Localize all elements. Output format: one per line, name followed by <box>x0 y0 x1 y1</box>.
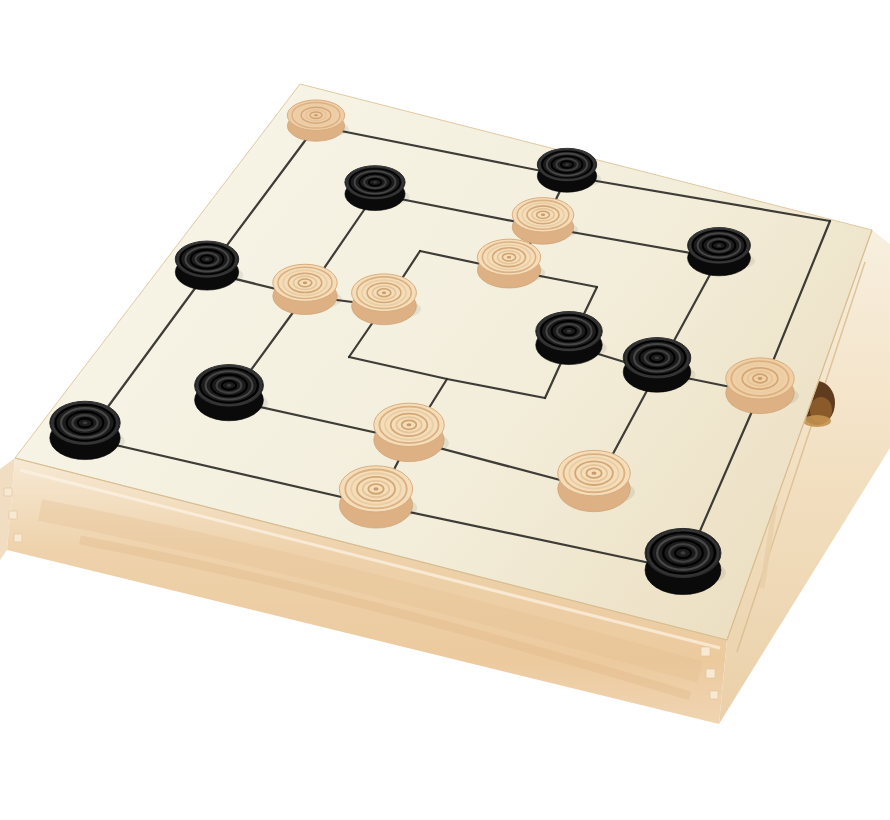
piece-natural-g4[interactable] <box>726 358 799 414</box>
piece-black-a4[interactable] <box>175 241 243 290</box>
piece-black-d7[interactable] <box>537 148 601 192</box>
piece-natural-d1[interactable] <box>339 466 417 528</box>
piece-natural-d6[interactable] <box>512 198 578 245</box>
piece-black-f4[interactable] <box>623 338 695 393</box>
morris-box-svg <box>0 0 890 820</box>
piece-black-a1[interactable] <box>50 401 125 459</box>
piece-black-b6[interactable] <box>345 166 410 211</box>
piece-natural-d2[interactable] <box>374 403 449 461</box>
product-photo-scene <box>0 0 890 820</box>
piece-black-b2[interactable] <box>195 365 269 421</box>
piece-natural-a7[interactable] <box>287 100 349 141</box>
piece-natural-f2[interactable] <box>558 450 635 511</box>
piece-black-g1[interactable] <box>645 528 726 594</box>
piece-natural-d5[interactable] <box>477 239 545 288</box>
piece-black-f6[interactable] <box>688 228 755 276</box>
piece-black-e4[interactable] <box>536 312 607 365</box>
